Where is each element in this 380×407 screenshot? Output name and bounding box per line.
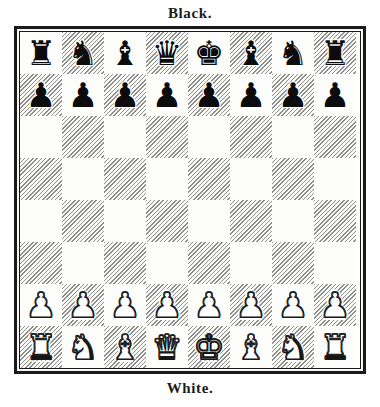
piece-white-pawn: ♟ (62, 284, 104, 326)
square-b1: ♞ (62, 326, 104, 368)
square-d7: ♟ (146, 74, 188, 116)
piece-black-pawn: ♟ (146, 74, 188, 116)
piece-white-pawn: ♟ (146, 284, 188, 326)
square-b3 (62, 242, 104, 284)
square-c4 (104, 200, 146, 242)
square-g4 (272, 200, 314, 242)
square-a3 (20, 242, 62, 284)
square-f5 (230, 158, 272, 200)
piece-black-king: ♚ (188, 32, 230, 74)
piece-black-rook: ♜ (20, 32, 62, 74)
square-d4 (146, 200, 188, 242)
chess-board-frame: ♜♞♝♛♚♝♞♜♟♟♟♟♟♟♟♟♟♟♟♟♟♟♟♟♜♞♝♛♚♝♞♜ (14, 26, 366, 374)
piece-white-king: ♚ (188, 326, 230, 368)
square-g2: ♟ (272, 284, 314, 326)
square-e4 (188, 200, 230, 242)
square-g3 (272, 242, 314, 284)
square-a7: ♟ (20, 74, 62, 116)
square-f4 (230, 200, 272, 242)
square-b4 (62, 200, 104, 242)
piece-white-pawn: ♟ (272, 284, 314, 326)
square-d1: ♛ (146, 326, 188, 368)
square-h2: ♟ (314, 284, 356, 326)
square-a8: ♜ (20, 32, 62, 74)
piece-black-rook: ♜ (314, 32, 356, 74)
square-g7: ♟ (272, 74, 314, 116)
square-c6 (104, 116, 146, 158)
square-b8: ♞ (62, 32, 104, 74)
piece-black-bishop: ♝ (104, 32, 146, 74)
label-white-side: White. (0, 381, 380, 396)
square-c7: ♟ (104, 74, 146, 116)
piece-black-queen: ♛ (146, 32, 188, 74)
square-e1: ♚ (188, 326, 230, 368)
square-a4 (20, 200, 62, 242)
square-h7: ♟ (314, 74, 356, 116)
piece-white-pawn: ♟ (314, 284, 356, 326)
square-a6 (20, 116, 62, 158)
square-b7: ♟ (62, 74, 104, 116)
square-g1: ♞ (272, 326, 314, 368)
piece-white-rook: ♜ (314, 326, 356, 368)
piece-black-pawn: ♟ (188, 74, 230, 116)
square-h1: ♜ (314, 326, 356, 368)
square-c8: ♝ (104, 32, 146, 74)
square-d5 (146, 158, 188, 200)
square-h8: ♜ (314, 32, 356, 74)
piece-white-bishop: ♝ (104, 326, 146, 368)
square-h5 (314, 158, 356, 200)
piece-black-pawn: ♟ (104, 74, 146, 116)
book-page: Black. ♜♞♝♛♚♝♞♜♟♟♟♟♟♟♟♟♟♟♟♟♟♟♟♟♜♞♝♛♚♝♞♜ … (0, 0, 380, 407)
square-f2: ♟ (230, 284, 272, 326)
piece-white-pawn: ♟ (230, 284, 272, 326)
square-e8: ♚ (188, 32, 230, 74)
label-black-side: Black. (0, 0, 380, 22)
square-c3 (104, 242, 146, 284)
square-a5 (20, 158, 62, 200)
piece-white-rook: ♜ (20, 326, 62, 368)
square-a1: ♜ (20, 326, 62, 368)
square-d6 (146, 116, 188, 158)
piece-white-pawn: ♟ (20, 284, 62, 326)
square-g6 (272, 116, 314, 158)
square-c2: ♟ (104, 284, 146, 326)
piece-white-queen: ♛ (146, 326, 188, 368)
piece-black-pawn: ♟ (272, 74, 314, 116)
square-f8: ♝ (230, 32, 272, 74)
square-d2: ♟ (146, 284, 188, 326)
piece-black-knight: ♞ (62, 32, 104, 74)
chess-board-inner-border: ♜♞♝♛♚♝♞♜♟♟♟♟♟♟♟♟♟♟♟♟♟♟♟♟♜♞♝♛♚♝♞♜ (19, 31, 361, 369)
square-e5 (188, 158, 230, 200)
piece-white-knight: ♞ (62, 326, 104, 368)
piece-black-pawn: ♟ (62, 74, 104, 116)
square-d3 (146, 242, 188, 284)
square-f3 (230, 242, 272, 284)
square-a2: ♟ (20, 284, 62, 326)
piece-white-knight: ♞ (272, 326, 314, 368)
piece-white-bishop: ♝ (230, 326, 272, 368)
piece-black-pawn: ♟ (230, 74, 272, 116)
square-e3 (188, 242, 230, 284)
square-g5 (272, 158, 314, 200)
square-f7: ♟ (230, 74, 272, 116)
square-f6 (230, 116, 272, 158)
square-b5 (62, 158, 104, 200)
piece-white-pawn: ♟ (104, 284, 146, 326)
square-b2: ♟ (62, 284, 104, 326)
square-b6 (62, 116, 104, 158)
square-d8: ♛ (146, 32, 188, 74)
piece-black-bishop: ♝ (230, 32, 272, 74)
square-e6 (188, 116, 230, 158)
square-h3 (314, 242, 356, 284)
square-e7: ♟ (188, 74, 230, 116)
square-c5 (104, 158, 146, 200)
square-g8: ♞ (272, 32, 314, 74)
square-h6 (314, 116, 356, 158)
square-c1: ♝ (104, 326, 146, 368)
chess-board: ♜♞♝♛♚♝♞♜♟♟♟♟♟♟♟♟♟♟♟♟♟♟♟♟♜♞♝♛♚♝♞♜ (20, 32, 360, 368)
piece-black-pawn: ♟ (314, 74, 356, 116)
piece-black-knight: ♞ (272, 32, 314, 74)
piece-white-pawn: ♟ (188, 284, 230, 326)
square-e2: ♟ (188, 284, 230, 326)
square-h4 (314, 200, 356, 242)
square-f1: ♝ (230, 326, 272, 368)
piece-black-pawn: ♟ (20, 74, 62, 116)
